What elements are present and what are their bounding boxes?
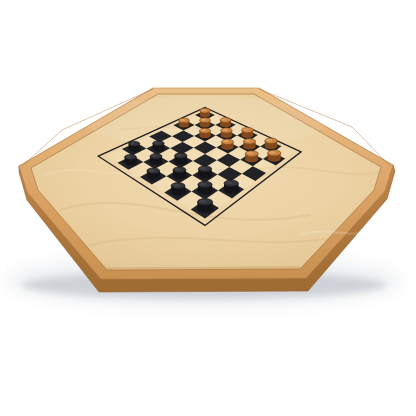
piece-red-2-2[interactable]: [199, 128, 212, 140]
piece-red-0-0[interactable]: [200, 108, 212, 118]
piece-black-7-7[interactable]: [197, 199, 214, 214]
piece-red-2-6[interactable]: [245, 151, 259, 164]
piece-red-2-4[interactable]: [222, 139, 236, 151]
piece-red-1-5[interactable]: [243, 139, 257, 151]
piece-red-2-0[interactable]: [179, 118, 191, 129]
piece-red-0-2[interactable]: [220, 118, 232, 129]
piece-red-0-4[interactable]: [242, 128, 255, 140]
piece-red-1-3[interactable]: [221, 128, 234, 140]
piece-red-1-7[interactable]: [268, 150, 283, 163]
piece-black-7-5[interactable]: [171, 183, 187, 197]
piece-black-5-3[interactable]: [175, 153, 189, 166]
piece-black-5-1[interactable]: [153, 141, 166, 153]
piece-red-1-1[interactable]: [200, 118, 212, 129]
piece-black-5-7[interactable]: [224, 180, 240, 195]
piece-black-6-2[interactable]: [150, 154, 164, 166]
piece-black-6-0[interactable]: [129, 141, 142, 153]
surface-contact-shadow: [107, 268, 300, 269]
piece-black-6-6[interactable]: [198, 181, 214, 195]
piece-black-5-5[interactable]: [198, 166, 213, 179]
piece-red-0-6[interactable]: [265, 138, 279, 151]
piece-black-6-4[interactable]: [173, 167, 188, 180]
piece-black-7-3[interactable]: [147, 168, 161, 181]
scene: [0, 0, 416, 416]
board-photo: [0, 0, 416, 416]
piece-black-7-1[interactable]: [125, 154, 138, 166]
